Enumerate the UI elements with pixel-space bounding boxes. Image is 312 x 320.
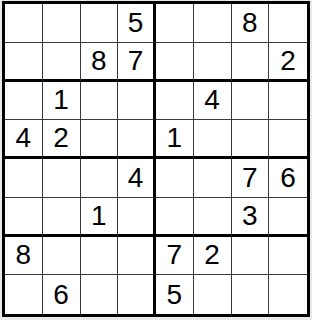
cell-r5c4[interactable]: 4 (118, 159, 156, 198)
cell-r4c6[interactable] (194, 120, 232, 159)
cell-r2c6[interactable] (194, 43, 232, 82)
cell-r1c8[interactable] (269, 4, 307, 43)
cell-r1c6[interactable] (194, 4, 232, 43)
cell-r1c7[interactable]: 8 (232, 4, 270, 43)
cell-r5c5[interactable] (156, 159, 194, 198)
cell-r7c5[interactable]: 7 (156, 237, 194, 276)
cell-r6c8[interactable] (269, 198, 307, 237)
cell-r4c3[interactable] (81, 120, 119, 159)
cell-r8c1[interactable] (5, 275, 43, 314)
cell-r7c2[interactable] (43, 237, 81, 276)
cell-r4c1[interactable]: 4 (5, 120, 43, 159)
cell-r5c3[interactable] (81, 159, 119, 198)
cell-r6c4[interactable] (118, 198, 156, 237)
cell-r8c5[interactable]: 5 (156, 275, 194, 314)
cell-r3c5[interactable] (156, 82, 194, 121)
cell-r6c3[interactable]: 1 (81, 198, 119, 237)
cell-r2c7[interactable] (232, 43, 270, 82)
cell-r2c1[interactable] (5, 43, 43, 82)
cell-r8c2[interactable]: 6 (43, 275, 81, 314)
cell-r8c7[interactable] (232, 275, 270, 314)
cell-r8c4[interactable] (118, 275, 156, 314)
cell-r4c4[interactable] (118, 120, 156, 159)
cell-r6c2[interactable] (43, 198, 81, 237)
cell-r2c3[interactable]: 8 (81, 43, 119, 82)
cell-r3c3[interactable] (81, 82, 119, 121)
cell-r1c3[interactable] (81, 4, 119, 43)
sudoku-board: 58872144214761387265 (2, 1, 310, 317)
cell-r2c2[interactable] (43, 43, 81, 82)
cell-r7c7[interactable] (232, 237, 270, 276)
cell-r2c8[interactable]: 2 (269, 43, 307, 82)
cell-r3c4[interactable] (118, 82, 156, 121)
cell-r6c1[interactable] (5, 198, 43, 237)
cell-r6c6[interactable] (194, 198, 232, 237)
cell-r1c1[interactable] (5, 4, 43, 43)
cell-r5c1[interactable] (5, 159, 43, 198)
cell-r1c5[interactable] (156, 4, 194, 43)
cell-r3c1[interactable] (5, 82, 43, 121)
cell-r7c3[interactable] (81, 237, 119, 276)
cell-r4c8[interactable] (269, 120, 307, 159)
cell-r4c7[interactable] (232, 120, 270, 159)
cell-r7c6[interactable]: 2 (194, 237, 232, 276)
cell-r2c4[interactable]: 7 (118, 43, 156, 82)
cell-r8c3[interactable] (81, 275, 119, 314)
cell-r1c2[interactable] (43, 4, 81, 43)
cell-r1c4[interactable]: 5 (118, 4, 156, 43)
cell-r5c2[interactable] (43, 159, 81, 198)
cell-r8c8[interactable] (269, 275, 307, 314)
cell-r2c5[interactable] (156, 43, 194, 82)
cell-r4c2[interactable]: 2 (43, 120, 81, 159)
cell-r4c5[interactable]: 1 (156, 120, 194, 159)
cell-r3c8[interactable] (269, 82, 307, 121)
cell-r6c5[interactable] (156, 198, 194, 237)
cell-r7c8[interactable] (269, 237, 307, 276)
cell-r5c8[interactable]: 6 (269, 159, 307, 198)
cell-r3c6[interactable]: 4 (194, 82, 232, 121)
cell-r5c7[interactable]: 7 (232, 159, 270, 198)
cell-r5c6[interactable] (194, 159, 232, 198)
cell-r3c7[interactable] (232, 82, 270, 121)
cell-r7c1[interactable]: 8 (5, 237, 43, 276)
cell-r8c6[interactable] (194, 275, 232, 314)
cell-r6c7[interactable]: 3 (232, 198, 270, 237)
cell-r7c4[interactable] (118, 237, 156, 276)
cell-r3c2[interactable]: 1 (43, 82, 81, 121)
